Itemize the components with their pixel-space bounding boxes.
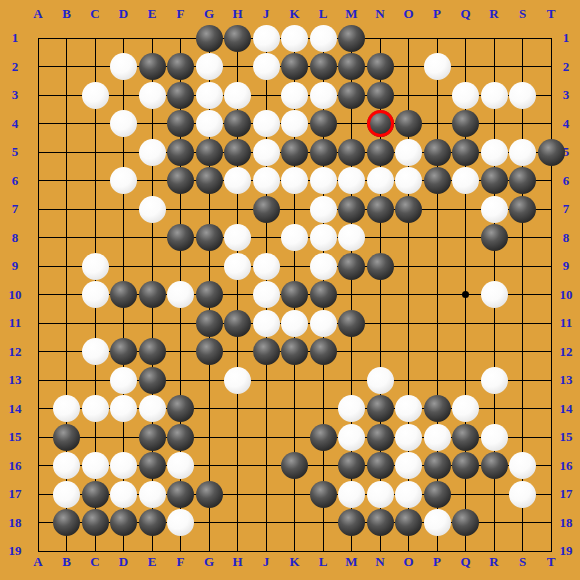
stone-black-N5 <box>367 139 394 166</box>
stone-black-S7 <box>509 196 536 223</box>
stone-black-G6 <box>196 167 223 194</box>
stone-black-E16 <box>139 452 166 479</box>
row-label-right: 1 <box>553 31 579 45</box>
stone-black-L4 <box>310 110 337 137</box>
stone-black-E18 <box>139 509 166 536</box>
stone-black-N18 <box>367 509 394 536</box>
stone-black-S6 <box>509 167 536 194</box>
stone-black-G10 <box>196 281 223 308</box>
column-label-bottom: P <box>423 555 451 569</box>
column-label-bottom: L <box>309 555 337 569</box>
column-label-top: G <box>195 7 223 21</box>
stone-white-D2 <box>110 53 137 80</box>
stone-black-G11 <box>196 310 223 337</box>
row-label-right: 3 <box>553 88 579 102</box>
stone-white-O15 <box>395 424 422 451</box>
stone-white-K11 <box>281 310 308 337</box>
stone-black-M5 <box>338 139 365 166</box>
row-label-left: 3 <box>2 88 28 102</box>
row-label-left: 17 <box>2 487 28 501</box>
stone-black-G12 <box>196 338 223 365</box>
stone-white-L9 <box>310 253 337 280</box>
stone-white-B17 <box>53 481 80 508</box>
stone-white-O6 <box>395 167 422 194</box>
stone-black-N16 <box>367 452 394 479</box>
stone-black-N15 <box>367 424 394 451</box>
stone-white-B16 <box>53 452 80 479</box>
stone-black-F4 <box>167 110 194 137</box>
column-label-bottom: G <box>195 555 223 569</box>
stone-black-R6 <box>481 167 508 194</box>
stone-white-M8 <box>338 224 365 251</box>
stone-white-J9 <box>253 253 280 280</box>
stone-black-D18 <box>110 509 137 536</box>
column-label-top: B <box>53 7 81 21</box>
column-label-bottom: Q <box>452 555 480 569</box>
stone-black-Q5 <box>452 139 479 166</box>
column-label-bottom: E <box>138 555 166 569</box>
stone-black-C17 <box>82 481 109 508</box>
stone-white-L8 <box>310 224 337 251</box>
stone-black-J7 <box>253 196 280 223</box>
stone-black-O18 <box>395 509 422 536</box>
stone-white-J11 <box>253 310 280 337</box>
stone-white-M14 <box>338 395 365 422</box>
stone-black-L15 <box>310 424 337 451</box>
stone-white-E7 <box>139 196 166 223</box>
row-label-right: 9 <box>553 259 579 273</box>
column-label-top: S <box>509 7 537 21</box>
stone-black-P17 <box>424 481 451 508</box>
stone-white-D17 <box>110 481 137 508</box>
row-label-right: 17 <box>553 487 579 501</box>
stone-white-O5 <box>395 139 422 166</box>
stone-black-L17 <box>310 481 337 508</box>
stone-black-Q15 <box>452 424 479 451</box>
last-move-marker <box>367 110 394 137</box>
column-label-bottom: K <box>281 555 309 569</box>
stone-black-L2 <box>310 53 337 80</box>
column-label-top: P <box>423 7 451 21</box>
stone-white-P18 <box>424 509 451 536</box>
stone-white-K4 <box>281 110 308 137</box>
row-label-left: 2 <box>2 60 28 74</box>
stone-black-K12 <box>281 338 308 365</box>
column-label-bottom: C <box>81 555 109 569</box>
column-label-bottom: S <box>509 555 537 569</box>
stone-black-F3 <box>167 82 194 109</box>
stone-black-Q18 <box>452 509 479 536</box>
stone-white-F18 <box>167 509 194 536</box>
row-label-left: 11 <box>2 316 28 330</box>
stone-black-M9 <box>338 253 365 280</box>
stone-black-J12 <box>253 338 280 365</box>
stone-black-M3 <box>338 82 365 109</box>
stone-white-C3 <box>82 82 109 109</box>
stone-white-R13 <box>481 367 508 394</box>
stone-white-N6 <box>367 167 394 194</box>
stone-white-J4 <box>253 110 280 137</box>
row-label-right: 18 <box>553 516 579 530</box>
row-label-left: 18 <box>2 516 28 530</box>
column-label-bottom: A <box>24 555 52 569</box>
stone-white-E17 <box>139 481 166 508</box>
stone-black-E13 <box>139 367 166 394</box>
column-label-bottom: B <box>53 555 81 569</box>
stone-white-J2 <box>253 53 280 80</box>
stone-black-K10 <box>281 281 308 308</box>
stone-black-C18 <box>82 509 109 536</box>
row-label-left: 12 <box>2 345 28 359</box>
stone-white-K1 <box>281 25 308 52</box>
stone-black-F14 <box>167 395 194 422</box>
row-label-left: 1 <box>2 31 28 45</box>
stone-black-F15 <box>167 424 194 451</box>
stone-black-Q16 <box>452 452 479 479</box>
stone-white-R7 <box>481 196 508 223</box>
stone-white-G3 <box>196 82 223 109</box>
stone-black-M18 <box>338 509 365 536</box>
stone-white-S17 <box>509 481 536 508</box>
stone-white-K6 <box>281 167 308 194</box>
stone-white-E3 <box>139 82 166 109</box>
stone-white-C16 <box>82 452 109 479</box>
stone-black-H11 <box>224 310 251 337</box>
stone-white-P15 <box>424 424 451 451</box>
stone-black-D10 <box>110 281 137 308</box>
column-label-bottom: M <box>338 555 366 569</box>
row-label-left: 19 <box>2 544 28 558</box>
stone-white-S5 <box>509 139 536 166</box>
stone-black-R16 <box>481 452 508 479</box>
stone-white-H9 <box>224 253 251 280</box>
stone-white-L1 <box>310 25 337 52</box>
stone-white-G2 <box>196 53 223 80</box>
stone-white-M15 <box>338 424 365 451</box>
column-label-bottom: H <box>224 555 252 569</box>
stone-black-P16 <box>424 452 451 479</box>
stone-white-K8 <box>281 224 308 251</box>
stone-black-N9 <box>367 253 394 280</box>
stone-white-D16 <box>110 452 137 479</box>
go-board[interactable]: AABBCCDDEEFFGGHHJJKKLLMMNNOOPPQQRRSSTT11… <box>0 0 580 580</box>
column-label-bottom: J <box>252 555 280 569</box>
stone-white-D6 <box>110 167 137 194</box>
column-label-top: H <box>224 7 252 21</box>
stone-black-H5 <box>224 139 251 166</box>
stone-black-E10 <box>139 281 166 308</box>
column-label-top: R <box>480 7 508 21</box>
stone-black-N14 <box>367 395 394 422</box>
stone-black-N7 <box>367 196 394 223</box>
stone-white-K3 <box>281 82 308 109</box>
column-label-top: M <box>338 7 366 21</box>
stone-white-D14 <box>110 395 137 422</box>
row-label-right: 11 <box>553 316 579 330</box>
stone-white-L3 <box>310 82 337 109</box>
column-label-top: Q <box>452 7 480 21</box>
stone-white-R10 <box>481 281 508 308</box>
column-label-top: A <box>24 7 52 21</box>
stone-white-M6 <box>338 167 365 194</box>
stone-white-S16 <box>509 452 536 479</box>
row-label-left: 4 <box>2 117 28 131</box>
row-label-left: 6 <box>2 174 28 188</box>
row-label-right: 10 <box>553 288 579 302</box>
stone-white-N17 <box>367 481 394 508</box>
stone-white-D13 <box>110 367 137 394</box>
stone-white-R3 <box>481 82 508 109</box>
row-label-right: 16 <box>553 459 579 473</box>
row-label-right: 4 <box>553 117 579 131</box>
stone-black-E15 <box>139 424 166 451</box>
stone-white-J5 <box>253 139 280 166</box>
stone-white-J1 <box>253 25 280 52</box>
row-label-right: 19 <box>553 544 579 558</box>
stone-black-K2 <box>281 53 308 80</box>
stone-black-M2 <box>338 53 365 80</box>
row-label-right: 14 <box>553 402 579 416</box>
column-label-bottom: D <box>110 555 138 569</box>
stone-white-H13 <box>224 367 251 394</box>
stone-black-M1 <box>338 25 365 52</box>
stone-black-Q4 <box>452 110 479 137</box>
stone-black-N2 <box>367 53 394 80</box>
stone-white-C9 <box>82 253 109 280</box>
stone-black-O4 <box>395 110 422 137</box>
stone-white-R5 <box>481 139 508 166</box>
stone-black-K5 <box>281 139 308 166</box>
stone-white-C12 <box>82 338 109 365</box>
stone-white-E14 <box>139 395 166 422</box>
stone-white-C10 <box>82 281 109 308</box>
stone-black-G5 <box>196 139 223 166</box>
stone-white-F10 <box>167 281 194 308</box>
stone-white-O17 <box>395 481 422 508</box>
row-label-right: 2 <box>553 60 579 74</box>
stone-black-G8 <box>196 224 223 251</box>
column-label-bottom: O <box>395 555 423 569</box>
stone-black-R8 <box>481 224 508 251</box>
stone-black-B18 <box>53 509 80 536</box>
stone-black-N3 <box>367 82 394 109</box>
stone-white-G4 <box>196 110 223 137</box>
row-label-left: 16 <box>2 459 28 473</box>
stone-black-F17 <box>167 481 194 508</box>
stone-black-M11 <box>338 310 365 337</box>
stone-white-M17 <box>338 481 365 508</box>
row-label-left: 9 <box>2 259 28 273</box>
stone-white-H8 <box>224 224 251 251</box>
row-label-right: 8 <box>553 231 579 245</box>
row-label-right: 6 <box>553 174 579 188</box>
row-label-left: 15 <box>2 430 28 444</box>
stone-white-L7 <box>310 196 337 223</box>
stone-black-L12 <box>310 338 337 365</box>
row-label-right: 15 <box>553 430 579 444</box>
stone-white-C14 <box>82 395 109 422</box>
row-label-left: 14 <box>2 402 28 416</box>
stone-black-L10 <box>310 281 337 308</box>
stone-white-O14 <box>395 395 422 422</box>
stone-white-H3 <box>224 82 251 109</box>
stone-white-R15 <box>481 424 508 451</box>
column-label-top: E <box>138 7 166 21</box>
stone-black-G1 <box>196 25 223 52</box>
grid-line <box>551 38 552 552</box>
star-point-Q10 <box>462 291 469 298</box>
column-label-top: O <box>395 7 423 21</box>
stone-black-K16 <box>281 452 308 479</box>
stone-black-E2 <box>139 53 166 80</box>
column-label-top: N <box>366 7 394 21</box>
stone-black-D12 <box>110 338 137 365</box>
column-label-top: D <box>110 7 138 21</box>
stone-black-G17 <box>196 481 223 508</box>
stone-black-H4 <box>224 110 251 137</box>
row-label-right: 13 <box>553 373 579 387</box>
stone-black-P6 <box>424 167 451 194</box>
stone-white-J6 <box>253 167 280 194</box>
stone-white-H6 <box>224 167 251 194</box>
column-label-top: K <box>281 7 309 21</box>
row-label-left: 8 <box>2 231 28 245</box>
stone-white-Q6 <box>452 167 479 194</box>
stone-black-O7 <box>395 196 422 223</box>
row-label-left: 10 <box>2 288 28 302</box>
stone-black-F6 <box>167 167 194 194</box>
column-label-bottom: N <box>366 555 394 569</box>
stone-white-N13 <box>367 367 394 394</box>
row-label-left: 13 <box>2 373 28 387</box>
stone-black-B15 <box>53 424 80 451</box>
stone-black-L5 <box>310 139 337 166</box>
stone-white-O16 <box>395 452 422 479</box>
stone-white-S3 <box>509 82 536 109</box>
grid-line <box>38 551 552 552</box>
stone-black-M16 <box>338 452 365 479</box>
row-label-right: 12 <box>553 345 579 359</box>
stone-white-L6 <box>310 167 337 194</box>
column-label-top: C <box>81 7 109 21</box>
stone-black-T5 <box>538 139 565 166</box>
stone-white-D4 <box>110 110 137 137</box>
stone-black-P5 <box>424 139 451 166</box>
column-label-top: F <box>167 7 195 21</box>
stone-white-P2 <box>424 53 451 80</box>
stone-black-F5 <box>167 139 194 166</box>
row-label-left: 7 <box>2 202 28 216</box>
stone-black-E12 <box>139 338 166 365</box>
stone-black-P14 <box>424 395 451 422</box>
stone-white-E5 <box>139 139 166 166</box>
column-label-top: J <box>252 7 280 21</box>
row-label-right: 7 <box>553 202 579 216</box>
stone-black-F8 <box>167 224 194 251</box>
stone-white-Q14 <box>452 395 479 422</box>
row-label-left: 5 <box>2 145 28 159</box>
stone-white-Q3 <box>452 82 479 109</box>
column-label-top: L <box>309 7 337 21</box>
stone-black-F2 <box>167 53 194 80</box>
stone-black-H1 <box>224 25 251 52</box>
stone-white-F16 <box>167 452 194 479</box>
stone-white-J10 <box>253 281 280 308</box>
column-label-top: T <box>537 7 565 21</box>
stone-black-M7 <box>338 196 365 223</box>
column-label-bottom: R <box>480 555 508 569</box>
stone-white-L11 <box>310 310 337 337</box>
column-label-bottom: F <box>167 555 195 569</box>
stone-white-B14 <box>53 395 80 422</box>
